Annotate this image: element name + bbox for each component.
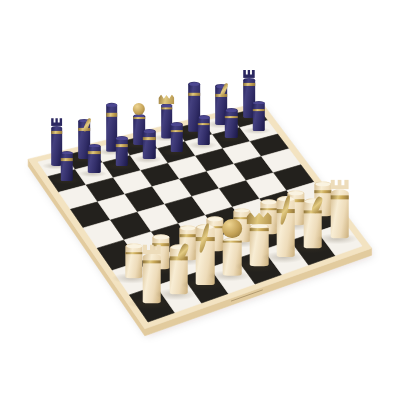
piece-top-face: [61, 152, 72, 155]
piece-body: [126, 243, 143, 278]
piece-top-face: [106, 104, 116, 107]
rook-crenellation: [330, 179, 349, 189]
gold-band: [250, 228, 269, 231]
piece-top-face: [234, 209, 250, 213]
gold-band: [143, 260, 162, 263]
gold-band: [143, 137, 155, 140]
piece-body: [225, 108, 237, 138]
piece-body: [198, 115, 210, 145]
piece-top-face: [315, 182, 331, 186]
piece-top-face: [144, 130, 155, 133]
piece-top-face: [171, 123, 182, 126]
gold-band: [170, 130, 182, 133]
piece-body: [88, 144, 100, 174]
gold-band: [198, 123, 210, 126]
king-gold-crown: [159, 94, 175, 104]
rook-crenellation: [51, 118, 63, 126]
piece-body: [61, 151, 73, 181]
piece-top-face: [126, 244, 142, 248]
gold-band: [225, 116, 237, 119]
piece-body: [170, 122, 182, 152]
piece-top-face: [189, 83, 199, 86]
piece-top-face: [89, 145, 100, 148]
piece-top-face: [207, 218, 223, 222]
rook-crenellation: [143, 244, 162, 254]
gold-band: [152, 243, 169, 246]
gold-band: [61, 159, 73, 162]
piece-body: [253, 101, 265, 131]
queen-gold-ball: [133, 103, 145, 115]
gold-band: [51, 131, 63, 134]
piece-top-face: [153, 235, 169, 239]
gold-band: [314, 190, 331, 193]
gold-band: [188, 92, 200, 95]
queen-gold-ball: [222, 219, 242, 239]
gold-band: [223, 240, 242, 243]
piece-top-face: [226, 109, 237, 112]
gold-band: [179, 235, 196, 238]
gold-band: [330, 195, 349, 198]
piece-top-face: [198, 116, 209, 119]
piece-body: [116, 137, 128, 167]
gold-band: [126, 252, 143, 255]
pieces-layer: [0, 0, 400, 400]
gold-band: [88, 151, 100, 154]
gold-band: [116, 144, 128, 147]
piece-top-face: [180, 226, 196, 230]
gold-band: [161, 107, 173, 110]
rook-crenellation: [243, 70, 255, 78]
gold-band: [260, 208, 277, 211]
piece-top-face: [288, 191, 304, 195]
gold-band: [133, 117, 145, 120]
piece-top-face: [261, 200, 277, 204]
piece-body: [330, 189, 349, 239]
gold-band: [106, 113, 118, 116]
piece-body: [143, 129, 155, 159]
gold-band: [253, 109, 265, 112]
king-gold-crown: [246, 212, 271, 224]
gold-band: [243, 83, 255, 86]
piece-top-face: [253, 102, 264, 105]
piece-top-face: [116, 138, 127, 141]
product-photo: [0, 0, 400, 400]
